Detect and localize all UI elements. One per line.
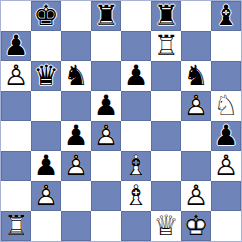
square-e4[interactable] bbox=[121, 121, 151, 151]
piece-white-pawn: ♟♙ bbox=[93, 122, 118, 150]
square-b2[interactable]: ♟♙ bbox=[31, 181, 61, 211]
piece-glyph: ♟ bbox=[123, 62, 148, 90]
square-g6[interactable]: ♞ bbox=[181, 61, 211, 91]
piece-white-bishop: ♝♗ bbox=[123, 152, 148, 180]
piece-white-pawn: ♟♙ bbox=[33, 182, 58, 210]
square-h8[interactable]: ♝ bbox=[211, 1, 241, 31]
piece-black-queen: ♛ bbox=[33, 62, 58, 90]
square-c4[interactable]: ♟ bbox=[61, 121, 91, 151]
piece-black-king: ♚ bbox=[33, 2, 58, 30]
square-h3[interactable]: ♟♙ bbox=[211, 151, 241, 181]
piece-glyph: ♙ bbox=[33, 182, 58, 210]
square-e3[interactable]: ♝♗ bbox=[121, 151, 151, 181]
piece-white-bishop: ♝♗ bbox=[123, 182, 148, 210]
piece-glyph: ♙ bbox=[3, 62, 28, 90]
piece-glyph: ♖ bbox=[153, 32, 178, 60]
square-c8[interactable] bbox=[61, 1, 91, 31]
square-d7[interactable] bbox=[91, 31, 121, 61]
square-e8[interactable] bbox=[121, 1, 151, 31]
square-g2[interactable]: ♟♙ bbox=[181, 181, 211, 211]
square-g1[interactable]: ♚♔ bbox=[181, 211, 211, 241]
piece-white-pawn: ♟♙ bbox=[183, 182, 208, 210]
piece-glyph: ♘ bbox=[213, 92, 238, 120]
square-c3[interactable]: ♟♙ bbox=[61, 151, 91, 181]
piece-glyph: ♛ bbox=[33, 62, 58, 90]
piece-white-pawn: ♟♙ bbox=[63, 152, 88, 180]
piece-black-pawn: ♟ bbox=[213, 122, 238, 150]
square-h5[interactable]: ♞♘ bbox=[211, 91, 241, 121]
square-f7[interactable]: ♜♖ bbox=[151, 31, 181, 61]
square-a6[interactable]: ♟♙ bbox=[1, 61, 31, 91]
square-e7[interactable] bbox=[121, 31, 151, 61]
piece-glyph: ♙ bbox=[183, 92, 208, 120]
square-f2[interactable] bbox=[151, 181, 181, 211]
square-f5[interactable] bbox=[151, 91, 181, 121]
square-c2[interactable] bbox=[61, 181, 91, 211]
piece-glyph: ♖ bbox=[3, 212, 28, 240]
square-d1[interactable] bbox=[91, 211, 121, 241]
piece-black-pawn: ♟ bbox=[63, 122, 88, 150]
piece-glyph: ♙ bbox=[213, 152, 238, 180]
piece-glyph: ♟ bbox=[93, 92, 118, 120]
square-g7[interactable] bbox=[181, 31, 211, 61]
piece-glyph: ♟ bbox=[3, 32, 28, 60]
piece-white-king: ♚♔ bbox=[183, 212, 208, 240]
square-d3[interactable] bbox=[91, 151, 121, 181]
piece-glyph: ♜ bbox=[153, 2, 178, 30]
piece-black-rook: ♜ bbox=[153, 2, 178, 30]
square-e2[interactable]: ♝♗ bbox=[121, 181, 151, 211]
piece-glyph: ♟ bbox=[213, 122, 238, 150]
piece-glyph: ♚ bbox=[33, 2, 58, 30]
piece-glyph: ♟ bbox=[63, 122, 88, 150]
piece-black-pawn: ♟ bbox=[123, 62, 148, 90]
square-c1[interactable] bbox=[61, 211, 91, 241]
piece-black-bishop: ♝ bbox=[213, 2, 238, 30]
square-h2[interactable] bbox=[211, 181, 241, 211]
square-b3[interactable]: ♟ bbox=[31, 151, 61, 181]
piece-white-rook: ♜♖ bbox=[153, 32, 178, 60]
square-f6[interactable] bbox=[151, 61, 181, 91]
piece-glyph: ♗ bbox=[123, 152, 148, 180]
square-a5[interactable] bbox=[1, 91, 31, 121]
square-b8[interactable]: ♚ bbox=[31, 1, 61, 31]
piece-glyph: ♙ bbox=[63, 152, 88, 180]
square-a1[interactable]: ♜♖ bbox=[1, 211, 31, 241]
piece-white-knight: ♞♘ bbox=[213, 92, 238, 120]
piece-glyph: ♞ bbox=[63, 62, 88, 90]
square-g4[interactable] bbox=[181, 121, 211, 151]
square-b6[interactable]: ♛ bbox=[31, 61, 61, 91]
piece-glyph: ♔ bbox=[183, 212, 208, 240]
piece-white-pawn: ♟♙ bbox=[3, 62, 28, 90]
square-b7[interactable] bbox=[31, 31, 61, 61]
piece-glyph: ♟ bbox=[33, 152, 58, 180]
piece-black-pawn: ♟ bbox=[3, 32, 28, 60]
square-g5[interactable]: ♟♙ bbox=[181, 91, 211, 121]
square-c7[interactable] bbox=[61, 31, 91, 61]
square-e6[interactable]: ♟ bbox=[121, 61, 151, 91]
square-f8[interactable]: ♜ bbox=[151, 1, 181, 31]
piece-black-knight: ♞ bbox=[63, 62, 88, 90]
piece-black-rook: ♜ bbox=[93, 2, 118, 30]
piece-white-pawn: ♟♙ bbox=[183, 92, 208, 120]
square-d4[interactable]: ♟♙ bbox=[91, 121, 121, 151]
piece-glyph: ♝ bbox=[213, 2, 238, 30]
square-b1[interactable] bbox=[31, 211, 61, 241]
square-d6[interactable] bbox=[91, 61, 121, 91]
piece-glyph: ♜ bbox=[93, 2, 118, 30]
piece-black-knight: ♞ bbox=[183, 62, 208, 90]
piece-white-rook: ♜♖ bbox=[3, 212, 28, 240]
square-h1[interactable] bbox=[211, 211, 241, 241]
piece-glyph: ♙ bbox=[183, 182, 208, 210]
square-a7[interactable]: ♟ bbox=[1, 31, 31, 61]
square-b4[interactable] bbox=[31, 121, 61, 151]
piece-glyph: ♕ bbox=[153, 212, 178, 240]
piece-glyph: ♙ bbox=[93, 122, 118, 150]
square-h4[interactable]: ♟ bbox=[211, 121, 241, 151]
square-a2[interactable] bbox=[1, 181, 31, 211]
square-a8[interactable] bbox=[1, 1, 31, 31]
square-f1[interactable]: ♛♕ bbox=[151, 211, 181, 241]
square-d8[interactable]: ♜ bbox=[91, 1, 121, 31]
piece-white-pawn: ♟♙ bbox=[213, 152, 238, 180]
square-f3[interactable] bbox=[151, 151, 181, 181]
square-a3[interactable] bbox=[1, 151, 31, 181]
square-f4[interactable] bbox=[151, 121, 181, 151]
square-a4[interactable] bbox=[1, 121, 31, 151]
piece-black-pawn: ♟ bbox=[93, 92, 118, 120]
square-c5[interactable] bbox=[61, 91, 91, 121]
square-d5[interactable]: ♟ bbox=[91, 91, 121, 121]
square-g3[interactable] bbox=[181, 151, 211, 181]
square-e1[interactable] bbox=[121, 211, 151, 241]
square-d2[interactable] bbox=[91, 181, 121, 211]
square-b5[interactable] bbox=[31, 91, 61, 121]
square-h6[interactable] bbox=[211, 61, 241, 91]
piece-black-pawn: ♟ bbox=[33, 152, 58, 180]
chess-board: ♚♜♜♝♟♜♖♟♙♛♞♟♞♟♟♙♞♘♟♟♙♟♟♟♙♝♗♟♙♟♙♝♗♟♙♜♖♛♕♚… bbox=[0, 0, 242, 242]
piece-white-queen: ♛♕ bbox=[153, 212, 178, 240]
square-e5[interactable] bbox=[121, 91, 151, 121]
square-c6[interactable]: ♞ bbox=[61, 61, 91, 91]
square-g8[interactable] bbox=[181, 1, 211, 31]
piece-glyph: ♞ bbox=[183, 62, 208, 90]
piece-glyph: ♗ bbox=[123, 182, 148, 210]
square-h7[interactable] bbox=[211, 31, 241, 61]
